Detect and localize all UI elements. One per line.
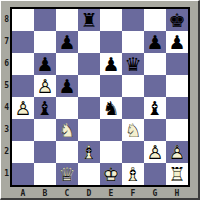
square-d7[interactable]	[78, 31, 100, 53]
file-labels: ABCDEFGH	[12, 189, 188, 198]
piece-black-pawn[interactable]: ♟	[166, 31, 188, 53]
chess-board: ♜♚♟♟♟♟♟♛♟♙♟♟♙♝♞♝♞♘♞♘♝♗♟♙♟♙♛♕♚♔♝♗♜♖	[12, 9, 188, 185]
square-g2[interactable]: ♟♙	[144, 141, 166, 163]
square-d5[interactable]	[78, 75, 100, 97]
square-b3[interactable]	[34, 119, 56, 141]
square-c8[interactable]	[56, 9, 78, 31]
square-d1[interactable]	[78, 163, 100, 185]
piece-black-king[interactable]: ♚	[166, 9, 188, 31]
square-a5[interactable]	[12, 75, 34, 97]
file-label-h: H	[166, 189, 188, 198]
piece-white-pawn[interactable]: ♙	[34, 75, 56, 97]
square-d2[interactable]: ♝♗	[78, 141, 100, 163]
square-g7[interactable]: ♟	[144, 31, 166, 53]
square-d8[interactable]: ♜	[78, 9, 100, 31]
square-f2[interactable]	[122, 141, 144, 163]
square-e6[interactable]: ♟	[100, 53, 122, 75]
rank-label-1: 1	[1, 163, 9, 185]
piece-black-queen[interactable]: ♛	[122, 53, 144, 75]
chess-board-window: 87654321 ♜♚♟♟♟♟♟♛♟♙♟♟♙♝♞♝♞♘♞♘♝♗♟♙♟♙♛♕♚♔♝…	[0, 0, 200, 200]
square-b2[interactable]	[34, 141, 56, 163]
piece-black-pawn[interactable]: ♟	[144, 31, 166, 53]
square-f3[interactable]: ♞♘	[122, 119, 144, 141]
piece-white-king[interactable]: ♔	[100, 163, 122, 185]
board-frame: ♜♚♟♟♟♟♟♛♟♙♟♟♙♝♞♝♞♘♞♘♝♗♟♙♟♙♛♕♚♔♝♗♜♖	[10, 7, 190, 187]
file-label-e: E	[100, 189, 122, 198]
square-b7[interactable]	[34, 31, 56, 53]
piece-white-pawn[interactable]: ♙	[144, 141, 166, 163]
piece-black-knight[interactable]: ♞	[100, 97, 122, 119]
square-a6[interactable]	[12, 53, 34, 75]
rank-label-2: 2	[1, 141, 9, 163]
file-label-c: C	[56, 189, 78, 198]
square-h3[interactable]	[166, 119, 188, 141]
square-c5[interactable]: ♟	[56, 75, 78, 97]
square-f7[interactable]	[122, 31, 144, 53]
square-a3[interactable]	[12, 119, 34, 141]
rank-label-3: 3	[1, 119, 9, 141]
square-h5[interactable]	[166, 75, 188, 97]
square-e5[interactable]	[100, 75, 122, 97]
square-e8[interactable]	[100, 9, 122, 31]
rank-label-6: 6	[1, 53, 9, 75]
square-a8[interactable]	[12, 9, 34, 31]
square-g3[interactable]	[144, 119, 166, 141]
square-b6[interactable]: ♟	[34, 53, 56, 75]
square-h4[interactable]	[166, 97, 188, 119]
piece-white-pawn[interactable]: ♙	[12, 97, 34, 119]
piece-white-bishop[interactable]: ♗	[122, 163, 144, 185]
file-label-f: F	[122, 189, 144, 198]
square-f4[interactable]	[122, 97, 144, 119]
square-e4[interactable]: ♞	[100, 97, 122, 119]
square-h2[interactable]: ♟♙	[166, 141, 188, 163]
square-g1[interactable]	[144, 163, 166, 185]
square-h6[interactable]	[166, 53, 188, 75]
square-a4[interactable]: ♟♙	[12, 97, 34, 119]
rank-label-5: 5	[1, 75, 9, 97]
square-f1[interactable]: ♝♗	[122, 163, 144, 185]
square-d3[interactable]	[78, 119, 100, 141]
square-b1[interactable]	[34, 163, 56, 185]
square-g4[interactable]: ♝	[144, 97, 166, 119]
square-e7[interactable]	[100, 31, 122, 53]
square-f8[interactable]	[122, 9, 144, 31]
square-g6[interactable]	[144, 53, 166, 75]
square-a2[interactable]	[12, 141, 34, 163]
piece-black-pawn[interactable]: ♟	[100, 53, 122, 75]
square-a7[interactable]	[12, 31, 34, 53]
file-label-g: G	[144, 189, 166, 198]
square-d6[interactable]	[78, 53, 100, 75]
piece-white-queen[interactable]: ♕	[56, 163, 78, 185]
piece-white-knight[interactable]: ♘	[122, 119, 144, 141]
square-h8[interactable]: ♚	[166, 9, 188, 31]
square-b4[interactable]: ♝	[34, 97, 56, 119]
piece-black-pawn[interactable]: ♟	[56, 31, 78, 53]
square-c2[interactable]	[56, 141, 78, 163]
rank-label-7: 7	[1, 31, 9, 53]
piece-black-pawn[interactable]: ♟	[34, 53, 56, 75]
square-e2[interactable]	[100, 141, 122, 163]
piece-black-bishop[interactable]: ♝	[144, 97, 166, 119]
rank-label-4: 4	[1, 97, 9, 119]
square-c7[interactable]: ♟	[56, 31, 78, 53]
square-h1[interactable]: ♜♖	[166, 163, 188, 185]
square-g8[interactable]	[144, 9, 166, 31]
piece-white-pawn[interactable]: ♙	[166, 141, 188, 163]
file-label-d: D	[78, 189, 100, 198]
square-c3[interactable]: ♞♘	[56, 119, 78, 141]
piece-black-pawn[interactable]: ♟	[56, 75, 78, 97]
square-a1[interactable]	[12, 163, 34, 185]
square-g5[interactable]	[144, 75, 166, 97]
piece-black-bishop[interactable]: ♝	[34, 97, 56, 119]
piece-white-knight[interactable]: ♘	[56, 119, 78, 141]
square-c4[interactable]	[56, 97, 78, 119]
square-e3[interactable]	[100, 119, 122, 141]
square-f5[interactable]	[122, 75, 144, 97]
square-f6[interactable]: ♛	[122, 53, 144, 75]
square-b8[interactable]	[34, 9, 56, 31]
file-label-b: B	[34, 189, 56, 198]
square-c6[interactable]	[56, 53, 78, 75]
rank-label-8: 8	[1, 9, 9, 31]
piece-white-bishop[interactable]: ♗	[78, 141, 100, 163]
square-d4[interactable]	[78, 97, 100, 119]
file-label-a: A	[12, 189, 34, 198]
piece-black-rook[interactable]: ♜	[78, 9, 100, 31]
piece-white-rook[interactable]: ♖	[166, 163, 188, 185]
square-e1[interactable]: ♚♔	[100, 163, 122, 185]
rank-labels: 87654321	[1, 9, 9, 185]
square-h7[interactable]: ♟	[166, 31, 188, 53]
square-c1[interactable]: ♛♕	[56, 163, 78, 185]
square-b5[interactable]: ♟♙	[34, 75, 56, 97]
